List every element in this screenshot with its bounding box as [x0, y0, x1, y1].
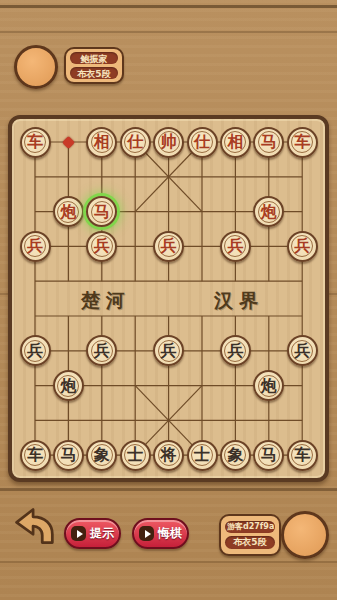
piece-black-cannon[interactable]: 炮	[53, 370, 84, 401]
river-label-right: 汉界	[204, 288, 274, 314]
piece-red-elephant[interactable]: 相	[86, 127, 117, 158]
piece-character: 兵	[27, 343, 43, 359]
piece-character: 炮	[261, 378, 277, 394]
piece-character: 炮	[60, 378, 76, 394]
wood-plank-seam	[0, 488, 337, 491]
piece-black-soldier[interactable]: 兵	[220, 335, 251, 366]
piece-character: 相	[94, 134, 110, 150]
piece-red-chariot[interactable]: 车	[20, 127, 51, 158]
piece-character: 兵	[227, 343, 243, 359]
wood-plank-seam	[0, 561, 337, 563]
opponent-name-badge: 鲍振家	[70, 52, 118, 64]
piece-red-cannon[interactable]: 炮	[53, 196, 84, 227]
play-triangle-icon	[71, 526, 86, 541]
piece-character: 马	[261, 134, 277, 150]
piece-black-general[interactable]: 将	[153, 440, 184, 471]
piece-character: 马	[261, 447, 277, 463]
piece-black-elephant[interactable]: 象	[86, 440, 117, 471]
piece-red-soldier[interactable]: 兵	[20, 231, 51, 262]
opponent-info-panel: 鲍振家 布衣5段	[64, 47, 124, 84]
piece-black-chariot[interactable]: 车	[20, 440, 51, 471]
piece-character: 象	[227, 447, 243, 463]
piece-character: 马	[94, 204, 110, 220]
piece-character: 士	[127, 447, 143, 463]
wood-plank-seam	[0, 31, 337, 33]
piece-black-soldier[interactable]: 兵	[287, 335, 318, 366]
piece-red-general[interactable]: 帅	[153, 127, 184, 158]
piece-character: 炮	[60, 204, 76, 220]
piece-character: 兵	[94, 238, 110, 254]
player-name-badge: 游客d27f9a	[225, 521, 275, 533]
play-triangle-icon	[139, 526, 154, 541]
undo-button[interactable]: 悔棋	[132, 518, 189, 549]
piece-character: 兵	[294, 238, 310, 254]
piece-red-soldier[interactable]: 兵	[153, 231, 184, 262]
opponent-avatar[interactable]	[14, 45, 58, 89]
piece-character: 车	[294, 447, 310, 463]
piece-character: 兵	[27, 238, 43, 254]
piece-character: 车	[27, 447, 43, 463]
piece-red-soldier[interactable]: 兵	[287, 231, 318, 262]
piece-red-elephant[interactable]: 相	[220, 127, 251, 158]
piece-red-soldier[interactable]: 兵	[220, 231, 251, 262]
hint-button[interactable]: 提示	[64, 518, 121, 549]
piece-black-soldier[interactable]: 兵	[20, 335, 51, 366]
game-screen: 鲍振家 布衣5段 楚河 汉界 车相仕帅仕相马车炮马炮兵兵兵兵兵兵兵兵兵兵炮炮车马…	[0, 0, 337, 600]
piece-character: 士	[194, 447, 210, 463]
piece-black-advisor[interactable]: 士	[187, 440, 218, 471]
piece-character: 马	[60, 447, 76, 463]
piece-character: 车	[294, 134, 310, 150]
piece-black-chariot[interactable]: 车	[287, 440, 318, 471]
piece-character: 炮	[261, 204, 277, 220]
player-info-panel: 游客d27f9a 布衣5段	[219, 514, 281, 556]
piece-black-elephant[interactable]: 象	[220, 440, 251, 471]
back-button[interactable]	[12, 503, 56, 549]
wood-plank-seam	[0, 5, 337, 8]
piece-black-advisor[interactable]: 士	[120, 440, 151, 471]
piece-character: 仕	[127, 134, 143, 150]
player-avatar[interactable]	[281, 511, 329, 559]
piece-red-chariot[interactable]: 车	[287, 127, 318, 158]
piece-red-horse[interactable]: 马	[253, 127, 284, 158]
piece-red-soldier[interactable]: 兵	[86, 231, 117, 262]
piece-character: 兵	[161, 343, 177, 359]
piece-character: 相	[227, 134, 243, 150]
piece-character: 帅	[161, 134, 177, 150]
undo-button-label: 悔棋	[158, 525, 182, 542]
piece-character: 象	[94, 447, 110, 463]
piece-character: 将	[161, 447, 177, 463]
piece-character: 车	[27, 134, 43, 150]
hint-button-label: 提示	[90, 525, 114, 542]
opponent-rank-badge: 布衣5段	[70, 67, 118, 79]
xiangqi-board[interactable]: 楚河 汉界 车相仕帅仕相马车炮马炮兵兵兵兵兵兵兵兵兵兵炮炮车马象士将士象马车	[8, 115, 329, 482]
player-rank-badge: 布衣5段	[225, 536, 275, 549]
piece-black-horse[interactable]: 马	[253, 440, 284, 471]
piece-red-advisor[interactable]: 仕	[187, 127, 218, 158]
piece-red-advisor[interactable]: 仕	[120, 127, 151, 158]
piece-character: 兵	[94, 343, 110, 359]
river-label-left: 楚河	[71, 288, 141, 314]
piece-black-horse[interactable]: 马	[53, 440, 84, 471]
piece-character: 兵	[294, 343, 310, 359]
board-grid-lines	[8, 115, 329, 482]
piece-character: 仕	[194, 134, 210, 150]
piece-character: 兵	[161, 238, 177, 254]
undo-arrow-icon	[12, 503, 56, 549]
piece-character: 兵	[227, 238, 243, 254]
